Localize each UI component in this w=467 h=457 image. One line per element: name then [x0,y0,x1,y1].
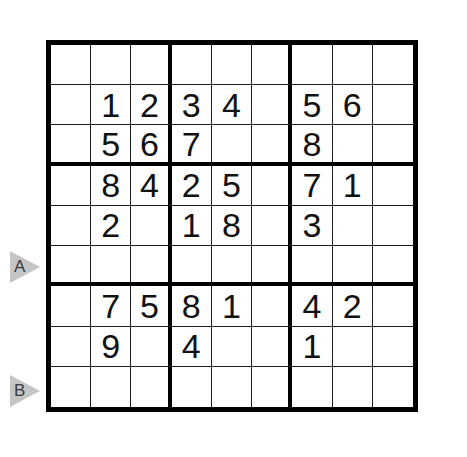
cell-r4c9[interactable] [373,166,413,206]
sudoku-puzzle-page: 12345656788425712183758142941 A B [0,0,467,457]
cell-r2c1[interactable] [51,85,91,125]
cell-r5c5[interactable]: 8 [212,206,252,246]
cell-r4c5[interactable]: 5 [212,166,252,206]
given-digit: 1 [302,329,321,363]
cell-r6c3[interactable] [131,246,171,286]
row-marker-b: B [10,375,40,407]
cell-r7c6[interactable] [252,286,292,326]
cell-r7c2[interactable]: 7 [91,286,131,326]
cell-r5c6[interactable] [252,206,292,246]
cell-r9c8[interactable] [333,367,373,407]
given-digit: 8 [182,289,201,323]
cell-r9c4[interactable] [172,367,212,407]
cell-r5c1[interactable] [51,206,91,246]
cell-r2c6[interactable] [252,85,292,125]
given-digit: 4 [222,88,241,122]
given-digit: 6 [140,127,159,161]
given-digit: 1 [101,88,120,122]
cell-r2c2[interactable]: 1 [91,85,131,125]
given-digit: 4 [140,168,159,202]
cell-r3c9[interactable] [373,125,413,165]
cell-r1c3[interactable] [131,45,171,85]
given-digit: 5 [140,289,159,323]
given-digit: 1 [343,168,362,202]
cell-r8c9[interactable] [373,327,413,367]
given-digit: 8 [302,127,321,161]
cell-r9c1[interactable] [51,367,91,407]
cell-r9c6[interactable] [252,367,292,407]
cell-r7c4[interactable]: 8 [172,286,212,326]
given-digit: 5 [222,168,241,202]
cell-r9c5[interactable] [212,367,252,407]
given-digit: 2 [343,289,362,323]
cell-r7c8[interactable]: 2 [333,286,373,326]
cell-r8c5[interactable] [212,327,252,367]
given-digit: 6 [343,88,362,122]
cell-r2c5[interactable]: 4 [212,85,252,125]
cell-r8c4[interactable]: 4 [172,327,212,367]
cell-r7c3[interactable]: 5 [131,286,171,326]
marker-b-label: B [14,375,25,407]
cell-r8c3[interactable] [131,327,171,367]
given-digit: 2 [182,168,201,202]
given-digit: 2 [140,88,159,122]
given-digit: 7 [182,127,201,161]
cell-r4c8[interactable]: 1 [333,166,373,206]
cell-r2c9[interactable] [373,85,413,125]
cell-r9c2[interactable] [91,367,131,407]
cell-r5c2[interactable]: 2 [91,206,131,246]
cell-r3c2[interactable]: 5 [91,125,131,165]
cell-r5c4[interactable]: 1 [172,206,212,246]
given-digit: 5 [302,88,321,122]
given-digit: 4 [302,289,321,323]
given-digit: 3 [302,208,321,242]
cell-r6c4[interactable] [172,246,212,286]
given-digit: 8 [222,208,241,242]
cell-r3c6[interactable] [252,125,292,165]
cell-r1c7[interactable] [292,45,332,85]
cell-r5c9[interactable] [373,206,413,246]
cell-r1c8[interactable] [333,45,373,85]
row-marker-a: A [10,251,40,283]
cell-r8c1[interactable] [51,327,91,367]
cell-r6c2[interactable] [91,246,131,286]
cell-r8c6[interactable] [252,327,292,367]
given-digit: 2 [101,208,120,242]
given-digit: 5 [101,127,120,161]
cell-r4c4[interactable]: 2 [172,166,212,206]
cell-r6c9[interactable] [373,246,413,286]
cell-r1c5[interactable] [212,45,252,85]
cell-r6c1[interactable] [51,246,91,286]
cell-r7c5[interactable]: 1 [212,286,252,326]
cell-r4c1[interactable] [51,166,91,206]
cell-r4c2[interactable]: 8 [91,166,131,206]
cell-r9c9[interactable] [373,367,413,407]
cell-r3c7[interactable]: 8 [292,125,332,165]
cell-r3c4[interactable]: 7 [172,125,212,165]
cell-r2c3[interactable]: 2 [131,85,171,125]
cell-r1c1[interactable] [51,45,91,85]
cell-r8c7[interactable]: 1 [292,327,332,367]
cell-r8c2[interactable]: 9 [91,327,131,367]
cell-r1c6[interactable] [252,45,292,85]
cell-r4c6[interactable] [252,166,292,206]
cell-r6c5[interactable] [212,246,252,286]
cell-r7c7[interactable]: 4 [292,286,332,326]
cell-r8c8[interactable] [333,327,373,367]
cell-r4c7[interactable]: 7 [292,166,332,206]
given-digit: 1 [222,289,241,323]
given-digit: 7 [101,289,120,323]
cell-r1c4[interactable] [172,45,212,85]
cell-r3c5[interactable] [212,125,252,165]
cell-r2c4[interactable]: 3 [172,85,212,125]
given-digit: 9 [101,329,120,363]
cell-r5c8[interactable] [333,206,373,246]
given-digit: 4 [182,329,201,363]
cell-r4c3[interactable]: 4 [131,166,171,206]
cell-r9c3[interactable] [131,367,171,407]
cell-r2c8[interactable]: 6 [333,85,373,125]
cell-r6c8[interactable] [333,246,373,286]
sudoku-board: 12345656788425712183758142941 [46,40,418,412]
cell-r3c8[interactable] [333,125,373,165]
marker-a-label: A [14,251,25,283]
given-digit: 7 [302,168,321,202]
cell-r6c6[interactable] [252,246,292,286]
cell-r5c7[interactable]: 3 [292,206,332,246]
given-digit: 8 [101,168,120,202]
cell-r3c1[interactable] [51,125,91,165]
given-digit: 3 [182,88,201,122]
cell-r6c7[interactable] [292,246,332,286]
cell-r7c1[interactable] [51,286,91,326]
cell-r3c3[interactable]: 6 [131,125,171,165]
cell-r9c7[interactable] [292,367,332,407]
cell-r1c9[interactable] [373,45,413,85]
cell-r1c2[interactable] [91,45,131,85]
given-digit: 1 [182,208,201,242]
cell-r2c7[interactable]: 5 [292,85,332,125]
cell-r7c9[interactable] [373,286,413,326]
cell-r5c3[interactable] [131,206,171,246]
